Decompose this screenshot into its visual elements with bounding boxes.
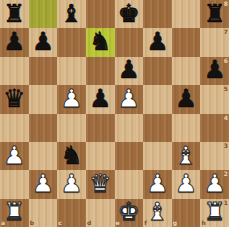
white-pawn: ♟	[146, 171, 168, 196]
square-f8[interactable]	[143, 0, 172, 28]
square-a8[interactable]: ♜	[0, 0, 29, 28]
white-rook: ♜	[203, 199, 225, 224]
black-pawn: ♟	[203, 57, 225, 82]
square-b2[interactable]: ♟	[29, 170, 58, 198]
square-b4[interactable]	[29, 114, 58, 142]
square-f4[interactable]	[143, 114, 172, 142]
square-b8[interactable]	[29, 0, 58, 28]
square-h8[interactable]: ♜8	[200, 0, 229, 28]
square-d3[interactable]	[86, 142, 115, 170]
black-knight: ♞	[89, 29, 111, 54]
square-e3[interactable]	[115, 142, 144, 170]
square-f5[interactable]	[143, 85, 172, 113]
white-pawn: ♟	[60, 171, 82, 196]
black-pawn: ♟	[118, 57, 140, 82]
black-pawn: ♟	[3, 29, 25, 54]
square-e5[interactable]: ♟	[115, 85, 144, 113]
white-pawn: ♟	[3, 143, 25, 168]
white-pawn: ♟	[118, 86, 140, 111]
chess-board: ♜♝♚♜8♟♟♞♟7♟♟6♛♟♟♟♟54♟♞♝3♟♟♛♟♟♟2♜abcd♚e♝f…	[0, 0, 229, 227]
square-d2[interactable]: ♛	[86, 170, 115, 198]
black-pawn: ♟	[175, 86, 197, 111]
square-g1[interactable]: g	[172, 199, 201, 227]
square-d7[interactable]: ♞	[86, 28, 115, 56]
black-pawn: ♟	[32, 29, 54, 54]
square-f3[interactable]	[143, 142, 172, 170]
square-a7[interactable]: ♟	[0, 28, 29, 56]
rank-label-7: 7	[224, 29, 228, 35]
square-h7[interactable]: 7	[200, 28, 229, 56]
square-g7[interactable]	[172, 28, 201, 56]
square-c7[interactable]	[57, 28, 86, 56]
square-e2[interactable]	[115, 170, 144, 198]
square-g4[interactable]	[172, 114, 201, 142]
white-pawn: ♟	[32, 171, 54, 196]
square-e6[interactable]: ♟	[115, 57, 144, 85]
square-c6[interactable]	[57, 57, 86, 85]
square-g2[interactable]: ♟	[172, 170, 201, 198]
square-e7[interactable]	[115, 28, 144, 56]
square-h4[interactable]: 4	[200, 114, 229, 142]
square-d5[interactable]: ♟	[86, 85, 115, 113]
square-d1[interactable]: d	[86, 199, 115, 227]
square-h2[interactable]: ♟2	[200, 170, 229, 198]
square-c5[interactable]: ♟	[57, 85, 86, 113]
square-e8[interactable]: ♚	[115, 0, 144, 28]
square-c8[interactable]: ♝	[57, 0, 86, 28]
square-g3[interactable]: ♝	[172, 142, 201, 170]
black-pawn: ♟	[89, 86, 111, 111]
white-queen: ♛	[89, 171, 111, 196]
square-d6[interactable]	[86, 57, 115, 85]
white-king: ♚	[118, 199, 140, 224]
square-h6[interactable]: ♟6	[200, 57, 229, 85]
square-g6[interactable]	[172, 57, 201, 85]
chess-app: ♜♝♚♜8♟♟♞♟7♟♟6♛♟♟♟♟54♟♞♝3♟♟♛♟♟♟2♜abcd♚e♝f…	[0, 0, 229, 227]
black-knight: ♞	[60, 143, 82, 168]
square-a5[interactable]: ♛	[0, 85, 29, 113]
square-c1[interactable]: c	[57, 199, 86, 227]
black-pawn: ♟	[146, 29, 168, 54]
black-bishop: ♝	[60, 1, 82, 26]
square-h1[interactable]: ♜1h	[200, 199, 229, 227]
square-b3[interactable]	[29, 142, 58, 170]
white-rook: ♜	[3, 199, 25, 224]
black-king: ♚	[118, 1, 140, 26]
square-f2[interactable]: ♟	[143, 170, 172, 198]
square-c3[interactable]: ♞	[57, 142, 86, 170]
file-label-b: b	[30, 220, 34, 226]
square-b7[interactable]: ♟	[29, 28, 58, 56]
square-e1[interactable]: ♚e	[115, 199, 144, 227]
black-rook: ♜	[203, 1, 225, 26]
white-pawn: ♟	[175, 171, 197, 196]
square-a4[interactable]	[0, 114, 29, 142]
square-a2[interactable]	[0, 170, 29, 198]
square-c4[interactable]	[57, 114, 86, 142]
square-d4[interactable]	[86, 114, 115, 142]
file-label-g: g	[173, 220, 177, 226]
file-label-c: c	[58, 220, 62, 226]
square-b5[interactable]	[29, 85, 58, 113]
square-a6[interactable]	[0, 57, 29, 85]
white-bishop: ♝	[146, 199, 168, 224]
square-b1[interactable]: b	[29, 199, 58, 227]
white-bishop: ♝	[175, 143, 197, 168]
rank-label-3: 3	[224, 143, 228, 149]
square-b6[interactable]	[29, 57, 58, 85]
square-f1[interactable]: ♝f	[143, 199, 172, 227]
square-c2[interactable]: ♟	[57, 170, 86, 198]
rank-label-5: 5	[224, 86, 228, 92]
white-pawn: ♟	[60, 86, 82, 111]
square-e4[interactable]	[115, 114, 144, 142]
black-rook: ♜	[3, 1, 25, 26]
square-d8[interactable]	[86, 0, 115, 28]
white-pawn: ♟	[203, 171, 225, 196]
square-g5[interactable]: ♟	[172, 85, 201, 113]
square-a1[interactable]: ♜a	[0, 199, 29, 227]
square-f6[interactable]	[143, 57, 172, 85]
square-h3[interactable]: 3	[200, 142, 229, 170]
square-g8[interactable]	[172, 0, 201, 28]
black-queen: ♛	[3, 86, 25, 111]
square-a3[interactable]: ♟	[0, 142, 29, 170]
file-label-d: d	[87, 220, 91, 226]
square-h5[interactable]: 5	[200, 85, 229, 113]
rank-label-4: 4	[224, 115, 228, 121]
square-f7[interactable]: ♟	[143, 28, 172, 56]
